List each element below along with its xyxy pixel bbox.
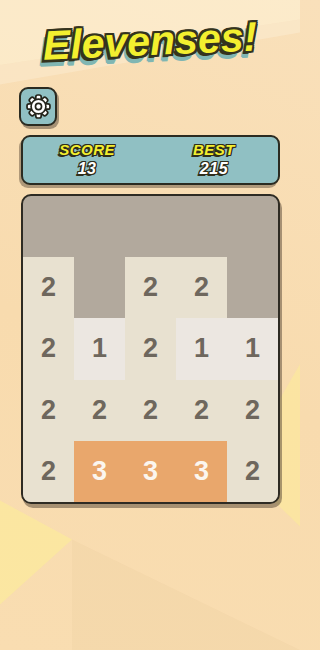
cell-r0-c3-empty	[176, 196, 227, 257]
game-board: 222212112222223332	[21, 194, 280, 504]
cell-r2-c1-tile-1[interactable]: 1	[74, 318, 125, 379]
settings-button[interactable]	[19, 87, 57, 126]
cell-r1-c0-tile-2[interactable]: 2	[23, 257, 74, 318]
cell-r3-c4-tile-2[interactable]: 2	[227, 380, 278, 441]
score-value: 13	[33, 159, 141, 179]
cell-r0-c4-empty	[227, 196, 278, 257]
cell-r0-c2-empty	[125, 196, 176, 257]
best-label: BEST	[160, 141, 268, 160]
cell-r1-c3-tile-2[interactable]: 2	[176, 257, 227, 318]
cell-r3-c2-tile-2[interactable]: 2	[125, 380, 176, 441]
cell-r1-c4-empty	[227, 257, 278, 318]
cell-r2-c0-tile-2[interactable]: 2	[23, 318, 74, 379]
best-value: 215	[160, 159, 268, 179]
cell-r4-c1-tile-3[interactable]: 3	[74, 441, 125, 502]
cell-r4-c3-tile-3[interactable]: 3	[176, 441, 227, 502]
cell-r1-c1-empty	[74, 257, 125, 318]
cell-r2-c2-tile-2[interactable]: 2	[125, 318, 176, 379]
score-section: SCORE 13	[33, 141, 141, 180]
score-label: SCORE	[33, 141, 141, 160]
cell-r2-c3-tile-1[interactable]: 1	[176, 318, 227, 379]
cell-r1-c2-tile-2[interactable]: 2	[125, 257, 176, 318]
gear-icon	[25, 93, 52, 120]
game-title: Elevenses!	[0, 9, 300, 73]
cell-r0-c0-empty	[23, 196, 74, 257]
cell-r3-c3-tile-2[interactable]: 2	[176, 380, 227, 441]
cell-r4-c4-tile-2[interactable]: 2	[227, 441, 278, 502]
cell-r3-c1-tile-2[interactable]: 2	[74, 380, 125, 441]
score-panel: SCORE 13 BEST 215	[21, 135, 280, 185]
cell-r3-c0-tile-2[interactable]: 2	[23, 380, 74, 441]
app-root: { "game": "Elevenses!", "game_type": "ta…	[0, 0, 300, 650]
best-section: BEST 215	[160, 141, 268, 180]
cell-r4-c0-tile-2[interactable]: 2	[23, 441, 74, 502]
cell-r2-c4-tile-1[interactable]: 1	[227, 318, 278, 379]
cell-r0-c1-empty	[74, 196, 125, 257]
cell-r4-c2-tile-3[interactable]: 3	[125, 441, 176, 502]
